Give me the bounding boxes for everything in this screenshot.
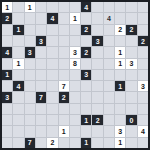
cell-r6c5[interactable] <box>47 59 57 69</box>
cell-r8c8[interactable] <box>81 81 91 91</box>
cell-r3c12[interactable]: 2 <box>126 25 136 35</box>
cell-r12c13[interactable]: 4 <box>138 126 148 136</box>
cell-r13c11[interactable]: 1 <box>115 138 125 148</box>
cell-r6c13[interactable] <box>138 59 148 69</box>
cell-r3c2[interactable]: 1 <box>13 25 23 35</box>
cell-r3c8[interactable]: 2 <box>81 25 91 35</box>
cell-r12c7[interactable] <box>70 126 80 136</box>
cell-r9c9[interactable] <box>92 92 102 102</box>
cell-r12c12[interactable] <box>126 126 136 136</box>
cell-r6c6[interactable] <box>59 59 69 69</box>
cell-r9c2[interactable] <box>13 92 23 102</box>
cell-r3c5[interactable] <box>47 25 57 35</box>
cell-r7c13[interactable] <box>138 70 148 80</box>
cell-r4c1[interactable] <box>2 36 12 46</box>
cell-r1c12[interactable] <box>126 2 136 12</box>
cell-r9c5[interactable] <box>47 92 57 102</box>
cell-r12c2[interactable] <box>13 126 23 136</box>
cell-r10c12[interactable] <box>126 104 136 114</box>
cell-r13c6[interactable] <box>59 138 69 148</box>
cell-r8c9[interactable] <box>92 81 102 91</box>
cell-r5c7[interactable]: 3 <box>70 47 80 57</box>
cell-r10c9[interactable] <box>92 104 102 114</box>
cell-r9c6[interactable]: 2 <box>59 92 69 102</box>
cell-r9c4[interactable]: 7 <box>36 92 46 102</box>
cell-r10c6[interactable] <box>59 104 69 114</box>
cell-r2c11[interactable] <box>115 13 125 23</box>
cell-r6c9[interactable] <box>92 59 102 69</box>
cell-r4c6[interactable] <box>59 36 69 46</box>
cell-r2c3[interactable] <box>25 13 35 23</box>
cell-r7c9[interactable] <box>92 70 102 80</box>
cell-r12c3[interactable] <box>25 126 35 136</box>
cell-r12c6[interactable]: 1 <box>59 126 69 136</box>
cell-r8c1[interactable] <box>2 81 12 91</box>
cell-r4c2[interactable] <box>13 36 23 46</box>
cell-r9c8[interactable] <box>81 92 91 102</box>
cell-r10c3[interactable] <box>25 104 35 114</box>
cell-r2c7[interactable]: 1 <box>70 13 80 23</box>
mosaic-board-frame: 1142414122233243321181313471337212013472… <box>0 0 150 150</box>
cell-r1c11[interactable] <box>115 2 125 12</box>
cell-r10c7[interactable] <box>70 104 80 114</box>
cell-r9c10[interactable] <box>104 92 114 102</box>
cell-r11c1[interactable] <box>2 115 12 125</box>
cell-r12c1[interactable] <box>2 126 12 136</box>
cell-r12c9[interactable] <box>92 126 102 136</box>
cell-r10c10[interactable] <box>104 104 114 114</box>
cell-r5c12[interactable] <box>126 47 136 57</box>
cell-r5c2[interactable] <box>13 47 23 57</box>
cell-r5c6[interactable] <box>59 47 69 57</box>
cell-r9c11[interactable] <box>115 92 125 102</box>
cell-r3c10[interactable] <box>104 25 114 35</box>
cell-r7c2[interactable] <box>13 70 23 80</box>
mosaic-board: 1142414122233243321181313471337212013472… <box>2 2 148 148</box>
cell-r2c2[interactable] <box>13 13 23 23</box>
cell-r3c3[interactable] <box>25 25 35 35</box>
cell-r7c4[interactable] <box>36 70 46 80</box>
cell-r2c5[interactable]: 4 <box>47 13 57 23</box>
cell-r10c5[interactable] <box>47 104 57 114</box>
cell-r8c10[interactable] <box>104 81 114 91</box>
cell-r4c9[interactable]: 3 <box>92 36 102 46</box>
cell-r7c7[interactable] <box>70 70 80 80</box>
cell-r6c2[interactable]: 1 <box>13 59 23 69</box>
cell-r9c1[interactable]: 3 <box>2 92 12 102</box>
cell-r4c13[interactable]: 2 <box>138 36 148 46</box>
cell-r1c1[interactable]: 1 <box>2 2 12 12</box>
cell-r2c12[interactable] <box>126 13 136 23</box>
cell-r1c13[interactable] <box>138 2 148 12</box>
cell-r2c1[interactable]: 2 <box>2 13 12 23</box>
cell-r9c12[interactable] <box>126 92 136 102</box>
cell-r3c9[interactable] <box>92 25 102 35</box>
cell-r8c5[interactable] <box>47 81 57 91</box>
cell-r5c13[interactable] <box>138 47 148 57</box>
cell-r1c9[interactable] <box>92 2 102 12</box>
cell-r10c1[interactable] <box>2 104 12 114</box>
cell-r8c4[interactable] <box>36 81 46 91</box>
cell-r7c5[interactable] <box>47 70 57 80</box>
cell-r3c13[interactable] <box>138 25 148 35</box>
cell-r13c3[interactable]: 7 <box>25 138 35 148</box>
cell-r10c2[interactable] <box>13 104 23 114</box>
cell-r11c2[interactable] <box>13 115 23 125</box>
cell-r6c4[interactable] <box>36 59 46 69</box>
cell-r13c8[interactable]: 1 <box>81 138 91 148</box>
cell-r4c4[interactable]: 3 <box>36 36 46 46</box>
cell-r6c12[interactable]: 3 <box>126 59 136 69</box>
cell-r9c7[interactable] <box>70 92 80 102</box>
cell-r5c5[interactable] <box>47 47 57 57</box>
cell-r11c4[interactable] <box>36 115 46 125</box>
cell-r13c10[interactable] <box>104 138 114 148</box>
cell-r1c8[interactable]: 4 <box>81 2 91 12</box>
cell-r1c10[interactable] <box>104 2 114 12</box>
cell-r13c2[interactable] <box>13 138 23 148</box>
cell-r11c8[interactable]: 1 <box>81 115 91 125</box>
cell-r13c9[interactable] <box>92 138 102 148</box>
cell-r8c3[interactable] <box>25 81 35 91</box>
cell-r6c8[interactable] <box>81 59 91 69</box>
cell-r10c13[interactable] <box>138 104 148 114</box>
cell-r6c11[interactable]: 1 <box>115 59 125 69</box>
cell-r2c9[interactable] <box>92 13 102 23</box>
cell-r13c7[interactable] <box>70 138 80 148</box>
cell-r12c10[interactable] <box>104 126 114 136</box>
cell-r5c3[interactable]: 3 <box>25 47 35 57</box>
cell-r5c10[interactable] <box>104 47 114 57</box>
cell-r3c11[interactable]: 2 <box>115 25 125 35</box>
cell-r1c7[interactable] <box>70 2 80 12</box>
cell-r3c1[interactable] <box>2 25 12 35</box>
cell-r3c7[interactable] <box>70 25 80 35</box>
cell-r6c10[interactable] <box>104 59 114 69</box>
cell-r12c11[interactable]: 3 <box>115 126 125 136</box>
cell-r8c11[interactable]: 1 <box>115 81 125 91</box>
cell-r11c5[interactable] <box>47 115 57 125</box>
cell-r4c3[interactable] <box>25 36 35 46</box>
cell-r5c11[interactable]: 1 <box>115 47 125 57</box>
cell-r8c13[interactable]: 3 <box>138 81 148 91</box>
cell-r11c10[interactable] <box>104 115 114 125</box>
cell-r2c13[interactable] <box>138 13 148 23</box>
cell-r1c6[interactable] <box>59 2 69 12</box>
cell-r11c13[interactable] <box>138 115 148 125</box>
cell-r4c8[interactable] <box>81 36 91 46</box>
cell-r11c7[interactable] <box>70 115 80 125</box>
cell-r5c9[interactable] <box>92 47 102 57</box>
cell-r6c7[interactable]: 8 <box>70 59 80 69</box>
cell-r13c1[interactable] <box>2 138 12 148</box>
cell-r6c3[interactable] <box>25 59 35 69</box>
cell-r9c3[interactable] <box>25 92 35 102</box>
cell-r9c13[interactable] <box>138 92 148 102</box>
cell-r11c3[interactable] <box>25 115 35 125</box>
cell-r7c12[interactable] <box>126 70 136 80</box>
cell-r7c3[interactable] <box>25 70 35 80</box>
cell-r1c2[interactable] <box>13 2 23 12</box>
cell-r1c3[interactable]: 1 <box>25 2 35 12</box>
cell-r4c7[interactable] <box>70 36 80 46</box>
cell-r10c4[interactable] <box>36 104 46 114</box>
cell-r2c8[interactable] <box>81 13 91 23</box>
cell-r13c12[interactable] <box>126 138 136 148</box>
cell-r12c5[interactable] <box>47 126 57 136</box>
cell-r13c5[interactable]: 2 <box>47 138 57 148</box>
cell-r4c10[interactable] <box>104 36 114 46</box>
cell-r2c6[interactable] <box>59 13 69 23</box>
cell-r7c6[interactable] <box>59 70 69 80</box>
cell-r13c13[interactable] <box>138 138 148 148</box>
cell-r7c10[interactable] <box>104 70 114 80</box>
cell-r8c2[interactable]: 4 <box>13 81 23 91</box>
cell-r5c1[interactable]: 4 <box>2 47 12 57</box>
cell-r8c12[interactable] <box>126 81 136 91</box>
cell-r12c4[interactable] <box>36 126 46 136</box>
cell-r5c8[interactable]: 2 <box>81 47 91 57</box>
cell-r2c4[interactable] <box>36 13 46 23</box>
cell-r10c11[interactable] <box>115 104 125 114</box>
cell-r11c9[interactable]: 2 <box>92 115 102 125</box>
cell-r10c8[interactable] <box>81 104 91 114</box>
cell-r8c6[interactable]: 7 <box>59 81 69 91</box>
cell-r11c12[interactable]: 0 <box>126 115 136 125</box>
cell-r1c5[interactable] <box>47 2 57 12</box>
cell-r4c12[interactable] <box>126 36 136 46</box>
cell-r8c7[interactable] <box>70 81 80 91</box>
cell-r4c11[interactable] <box>115 36 125 46</box>
cell-r6c1[interactable] <box>2 59 12 69</box>
cell-r13c4[interactable] <box>36 138 46 148</box>
cell-r11c6[interactable] <box>59 115 69 125</box>
cell-r11c11[interactable] <box>115 115 125 125</box>
cell-r3c4[interactable] <box>36 25 46 35</box>
cell-r1c4[interactable] <box>36 2 46 12</box>
cell-r7c1[interactable]: 1 <box>2 70 12 80</box>
cell-r12c8[interactable] <box>81 126 91 136</box>
cell-r5c4[interactable] <box>36 47 46 57</box>
cell-r4c5[interactable] <box>47 36 57 46</box>
cell-r7c11[interactable] <box>115 70 125 80</box>
cell-r3c6[interactable] <box>59 25 69 35</box>
cell-r2c10[interactable]: 4 <box>104 13 114 23</box>
cell-r7c8[interactable]: 3 <box>81 70 91 80</box>
